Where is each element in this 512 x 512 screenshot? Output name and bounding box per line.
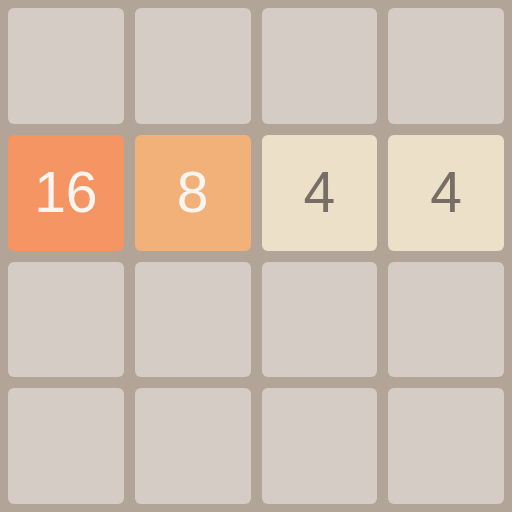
tile-4: 4 [388, 135, 504, 251]
empty-cell [8, 262, 124, 378]
empty-cell [8, 388, 124, 504]
empty-cell [388, 262, 504, 378]
empty-cell [262, 8, 378, 124]
empty-cell [135, 8, 251, 124]
game-board-2048[interactable]: 16844 [0, 0, 512, 512]
tile-8: 8 [135, 135, 251, 251]
empty-cell [388, 8, 504, 124]
empty-cell [262, 262, 378, 378]
empty-cell [135, 388, 251, 504]
empty-cell [135, 262, 251, 378]
tile-16: 16 [8, 135, 124, 251]
empty-cell [262, 388, 378, 504]
tile-4: 4 [262, 135, 378, 251]
empty-cell [8, 8, 124, 124]
empty-cell [388, 388, 504, 504]
